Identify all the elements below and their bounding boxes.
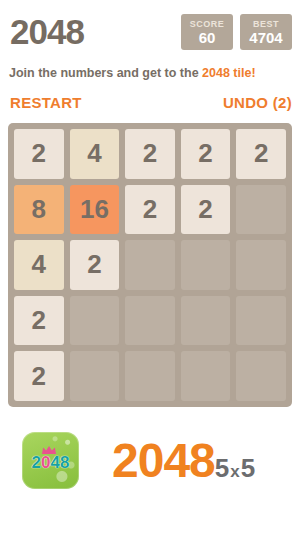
empty-cell-r3c5 bbox=[236, 240, 286, 290]
empty-cell-r4c4 bbox=[181, 296, 231, 346]
empty-cell-r5c4 bbox=[181, 351, 231, 401]
best-box: BEST 4704 bbox=[240, 14, 292, 50]
subtitle: Join the numbers and get to the 2048 til… bbox=[9, 65, 292, 81]
empty-cell-r2c5 bbox=[236, 185, 286, 235]
banner-text: 2048 5 x 5 bbox=[112, 437, 255, 485]
tile-2-r1c3: 2 bbox=[125, 129, 175, 179]
empty-cell-r4c3 bbox=[125, 296, 175, 346]
tile-2-r1c1: 2 bbox=[14, 129, 64, 179]
banner-variant-5a: 5 bbox=[215, 453, 229, 484]
tile-2-r1c4: 2 bbox=[181, 129, 231, 179]
restart-button[interactable]: RESTART bbox=[10, 94, 82, 111]
tile-2-r4c1: 2 bbox=[14, 296, 64, 346]
empty-cell-r5c3 bbox=[125, 351, 175, 401]
empty-cell-r5c5 bbox=[236, 351, 286, 401]
page: 2048 SCORE 60 BEST 4704 Join the numbers… bbox=[0, 0, 300, 533]
score-panel: SCORE 60 BEST 4704 bbox=[181, 14, 292, 50]
subtitle-highlight: 2048 tile! bbox=[202, 66, 256, 80]
icon-digit: 4 bbox=[51, 453, 60, 472]
empty-cell-r3c4 bbox=[181, 240, 231, 290]
page-title: 2048 bbox=[10, 13, 84, 51]
icon-digit: 0 bbox=[41, 453, 50, 472]
tile-2-r1c5: 2 bbox=[236, 129, 286, 179]
empty-cell-r4c2 bbox=[70, 296, 120, 346]
best-value: 4704 bbox=[249, 30, 282, 46]
footer-banner[interactable]: 2048 2048 5 x 5 bbox=[22, 432, 300, 489]
score-label: SCORE bbox=[190, 19, 225, 30]
tile-2-r2c4: 2 bbox=[181, 185, 231, 235]
score-value: 60 bbox=[199, 30, 216, 46]
board[interactable]: 24222816224222 bbox=[8, 123, 292, 407]
app-icon[interactable]: 2048 bbox=[22, 432, 79, 489]
tile-2-r5c1: 2 bbox=[14, 351, 64, 401]
header: 2048 SCORE 60 BEST 4704 bbox=[0, 0, 300, 64]
score-box: SCORE 60 bbox=[181, 14, 233, 50]
icon-digit: 2 bbox=[32, 453, 41, 472]
empty-cell-r5c2 bbox=[70, 351, 120, 401]
banner-app-name: 2048 bbox=[112, 437, 215, 485]
tile-2-r3c2: 2 bbox=[70, 240, 120, 290]
icon-digit: 8 bbox=[60, 453, 69, 472]
empty-cell-r4c5 bbox=[236, 296, 286, 346]
best-label: BEST bbox=[253, 19, 279, 30]
tile-2-r2c3: 2 bbox=[125, 185, 175, 235]
banner-variant-5b: 5 bbox=[241, 453, 255, 484]
controls-row: RESTART UNDO (2) bbox=[10, 94, 292, 111]
app-icon-text: 2048 bbox=[32, 453, 70, 473]
tile-16-r2c2: 16 bbox=[70, 185, 120, 235]
subtitle-text: Join the numbers and get to the bbox=[9, 66, 202, 80]
tile-8-r2c1: 8 bbox=[14, 185, 64, 235]
undo-button[interactable]: UNDO (2) bbox=[223, 94, 292, 111]
empty-cell-r3c3 bbox=[125, 240, 175, 290]
banner-variant-x: x bbox=[230, 462, 239, 482]
tile-4-r1c2: 4 bbox=[70, 129, 120, 179]
tile-4-r3c1: 4 bbox=[14, 240, 64, 290]
